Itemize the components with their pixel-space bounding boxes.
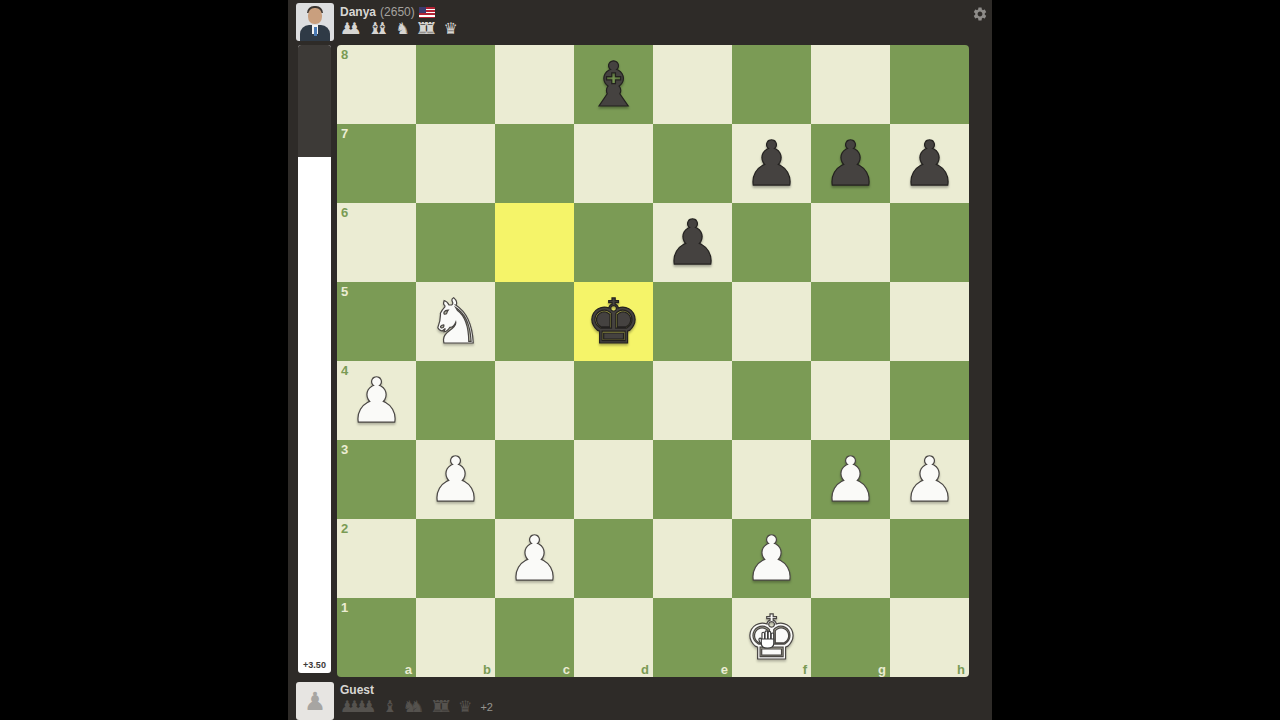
square-h7[interactable]: ♟ xyxy=(890,124,969,203)
bottom-player-avatar[interactable]: ♟ xyxy=(296,682,334,720)
game-panel: Danya (2650) ♟♟♝♝♞♜♜♛ +3.50 8♝7♟♟♟6♟5♞♚4… xyxy=(288,0,992,720)
square-a4[interactable]: 4♟ xyxy=(337,361,416,440)
square-f3[interactable] xyxy=(732,440,811,519)
square-a5[interactable]: 5 xyxy=(337,282,416,361)
square-d6[interactable] xyxy=(574,203,653,282)
pawn-avatar-icon: ♟ xyxy=(304,689,326,714)
square-c1[interactable]: c xyxy=(495,598,574,677)
square-e4[interactable] xyxy=(653,361,732,440)
white-pawn-a4[interactable]: ♟ xyxy=(349,361,405,440)
black-king-d5[interactable]: ♚ xyxy=(586,282,642,361)
avatar-tie xyxy=(314,27,317,36)
white-pawn-c2[interactable]: ♟ xyxy=(507,519,563,598)
captured-piece-group: ♝ xyxy=(382,699,396,715)
square-b6[interactable] xyxy=(416,203,495,282)
square-d1[interactable]: d xyxy=(574,598,653,677)
square-d2[interactable] xyxy=(574,519,653,598)
square-g1[interactable]: g xyxy=(811,598,890,677)
file-label-a: a xyxy=(405,662,412,677)
square-c2[interactable]: ♟ xyxy=(495,519,574,598)
bottom-player-info: Guest xyxy=(340,683,374,697)
chess-board[interactable]: 8♝7♟♟♟6♟5♞♚4♟3♟♟♟2♟♟1abcdef♚ gh xyxy=(337,45,969,677)
evaluation-bar: +3.50 xyxy=(298,45,331,673)
square-b7[interactable] xyxy=(416,124,495,203)
avatar-head xyxy=(308,8,322,24)
square-b3[interactable]: ♟ xyxy=(416,440,495,519)
top-player-avatar[interactable] xyxy=(296,3,334,41)
square-b4[interactable] xyxy=(416,361,495,440)
rank-label-6: 6 xyxy=(341,205,348,220)
square-h1[interactable]: h xyxy=(890,598,969,677)
bottom-captured-pieces: ♟♟♟♟♝♞♞♜♜♛+2 xyxy=(340,698,493,716)
rank-label-3: 3 xyxy=(341,442,348,457)
file-label-h: h xyxy=(957,662,965,677)
white-king-f1[interactable]: ♚ xyxy=(744,598,800,677)
square-d5[interactable]: ♚ xyxy=(574,282,653,361)
square-c6[interactable] xyxy=(495,203,574,282)
captured-piece-group: ♜♜ xyxy=(416,21,438,37)
black-pawn-g7[interactable]: ♟ xyxy=(823,124,879,203)
square-f2[interactable]: ♟ xyxy=(732,519,811,598)
bottom-player-name[interactable]: Guest xyxy=(340,683,374,697)
square-f5[interactable] xyxy=(732,282,811,361)
square-g4[interactable] xyxy=(811,361,890,440)
square-a2[interactable]: 2 xyxy=(337,519,416,598)
square-f1[interactable]: f♚ xyxy=(732,598,811,677)
square-g6[interactable] xyxy=(811,203,890,282)
square-f4[interactable] xyxy=(732,361,811,440)
square-g8[interactable] xyxy=(811,45,890,124)
square-b1[interactable]: b xyxy=(416,598,495,677)
file-label-b: b xyxy=(483,662,491,677)
black-pawn-h7[interactable]: ♟ xyxy=(902,124,958,203)
black-bishop-d8[interactable]: ♝ xyxy=(586,45,642,124)
square-e1[interactable]: e xyxy=(653,598,732,677)
rank-label-4: 4 xyxy=(341,363,348,378)
square-c4[interactable] xyxy=(495,361,574,440)
square-d3[interactable] xyxy=(574,440,653,519)
square-h4[interactable] xyxy=(890,361,969,440)
evaluation-score: +3.50 xyxy=(298,660,331,670)
square-g3[interactable]: ♟ xyxy=(811,440,890,519)
captured-piece-group: ♛ xyxy=(443,21,457,37)
square-a7[interactable]: 7 xyxy=(337,124,416,203)
white-pawn-h3[interactable]: ♟ xyxy=(902,440,958,519)
square-b2[interactable] xyxy=(416,519,495,598)
file-label-c: c xyxy=(563,662,570,677)
evaluation-bar-black-section xyxy=(298,45,331,157)
square-h3[interactable]: ♟ xyxy=(890,440,969,519)
square-a6[interactable]: 6 xyxy=(337,203,416,282)
square-e6[interactable]: ♟ xyxy=(653,203,732,282)
captured-piece-group: ♟♟♟♟ xyxy=(340,699,376,715)
file-label-g: g xyxy=(878,662,886,677)
square-d7[interactable] xyxy=(574,124,653,203)
white-pawn-f2[interactable]: ♟ xyxy=(744,519,800,598)
square-c3[interactable] xyxy=(495,440,574,519)
square-g2[interactable] xyxy=(811,519,890,598)
page: Danya (2650) ♟♟♝♝♞♜♜♛ +3.50 8♝7♟♟♟6♟5♞♚4… xyxy=(0,0,1280,720)
square-e8[interactable] xyxy=(653,45,732,124)
captured-piece-group: ♜♜ xyxy=(430,699,452,715)
file-label-f: f xyxy=(803,662,807,677)
captured-piece-group: ♝♝ xyxy=(368,21,390,37)
captured-piece-group: ♞♞ xyxy=(403,699,425,715)
rank-label-8: 8 xyxy=(341,47,348,62)
square-c8[interactable] xyxy=(495,45,574,124)
square-h8[interactable] xyxy=(890,45,969,124)
square-g5[interactable] xyxy=(811,282,890,361)
square-f6[interactable] xyxy=(732,203,811,282)
white-pawn-b3[interactable]: ♟ xyxy=(428,440,484,519)
captured-piece-group: ♟♟ xyxy=(340,21,362,37)
square-f7[interactable]: ♟ xyxy=(732,124,811,203)
square-g7[interactable]: ♟ xyxy=(811,124,890,203)
square-h5[interactable] xyxy=(890,282,969,361)
us-flag-icon xyxy=(419,7,435,18)
square-e7[interactable] xyxy=(653,124,732,203)
rank-label-2: 2 xyxy=(341,521,348,536)
square-b8[interactable] xyxy=(416,45,495,124)
gear-icon[interactable] xyxy=(972,6,988,22)
square-e2[interactable] xyxy=(653,519,732,598)
rank-label-5: 5 xyxy=(341,284,348,299)
square-c5[interactable] xyxy=(495,282,574,361)
square-e5[interactable] xyxy=(653,282,732,361)
square-a8[interactable]: 8 xyxy=(337,45,416,124)
captured-piece-group: ♛ xyxy=(458,699,472,715)
square-f8[interactable] xyxy=(732,45,811,124)
file-label-e: e xyxy=(721,662,728,677)
top-captured-pieces: ♟♟♝♝♞♜♜♛ xyxy=(340,20,458,38)
square-h6[interactable] xyxy=(890,203,969,282)
top-player-info: Danya (2650) xyxy=(340,5,435,19)
square-a3[interactable]: 3 xyxy=(337,440,416,519)
square-d4[interactable] xyxy=(574,361,653,440)
file-label-d: d xyxy=(641,662,649,677)
white-knight-b5[interactable]: ♞ xyxy=(428,282,484,361)
square-h2[interactable] xyxy=(890,519,969,598)
material-advantage: +2 xyxy=(480,701,493,713)
white-pawn-g3[interactable]: ♟ xyxy=(823,440,879,519)
top-player-name[interactable]: Danya xyxy=(340,5,376,19)
top-player-rating: (2650) xyxy=(380,5,415,19)
top-player-bar: Danya (2650) ♟♟♝♝♞♜♜♛ xyxy=(288,0,992,45)
square-a1[interactable]: 1a xyxy=(337,598,416,677)
captured-piece-group: ♞ xyxy=(395,21,409,37)
square-c7[interactable] xyxy=(495,124,574,203)
square-d8[interactable]: ♝ xyxy=(574,45,653,124)
square-b5[interactable]: ♞ xyxy=(416,282,495,361)
black-pawn-e6[interactable]: ♟ xyxy=(665,203,721,282)
rank-label-1: 1 xyxy=(341,600,348,615)
bottom-player-bar: ♟ Guest ♟♟♟♟♝♞♞♜♜♛+2 xyxy=(288,678,992,720)
black-pawn-f7[interactable]: ♟ xyxy=(744,124,800,203)
square-e3[interactable] xyxy=(653,440,732,519)
rank-label-7: 7 xyxy=(341,126,348,141)
